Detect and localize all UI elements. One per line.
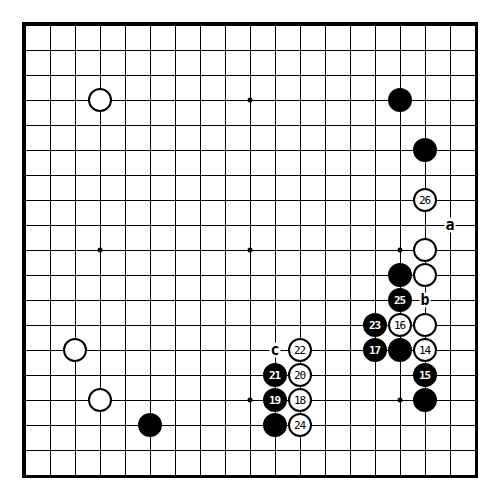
stone-black-move-23: 23 [363,313,387,337]
stone-black [388,338,412,362]
stone-black-move-21: 21 [263,363,287,387]
move-number: 16 [395,320,405,331]
stone-black-move-25: 25 [388,288,412,312]
stone-black-move-15: 15 [413,363,437,387]
point-label-a: a [444,218,455,233]
stone-white-move-22: 22 [288,338,312,362]
stone-white-move-16: 16 [388,313,412,337]
stone-black [413,388,437,412]
stone-black [263,413,287,437]
stone-white-move-24: 24 [288,413,312,437]
stone-white [88,88,112,112]
move-number: 20 [295,370,305,381]
move-number: 25 [395,295,405,306]
stone-white-move-18: 18 [288,388,312,412]
stone-white [63,338,87,362]
stone-white-move-20: 20 [288,363,312,387]
stone-white [413,313,437,337]
hoshi-point [248,398,253,403]
move-number: 23 [370,320,380,331]
hoshi-point [248,98,253,103]
stone-black [138,413,162,437]
stone-black [413,138,437,162]
move-number: 24 [295,420,305,431]
hoshi-point [98,248,103,253]
go-diagram: 14151617181920212223242526abc [0,0,500,500]
stone-white-move-26: 26 [413,188,437,212]
stone-white-move-14: 14 [413,338,437,362]
move-number: 18 [295,395,305,406]
point-label-b: b [419,293,430,308]
move-number: 26 [420,195,430,206]
move-number: 15 [420,370,430,381]
hoshi-point [248,248,253,253]
move-number: 22 [295,345,305,356]
hoshi-point [398,248,403,253]
move-number: 19 [270,395,280,406]
stone-black [388,88,412,112]
stone-black-move-17: 17 [363,338,387,362]
move-number: 17 [370,345,380,356]
hoshi-point [398,398,403,403]
move-number: 21 [270,370,280,381]
stone-white [413,263,437,287]
stone-white [88,388,112,412]
stone-black-move-19: 19 [263,388,287,412]
move-number: 14 [420,345,430,356]
point-label-c: c [269,343,280,358]
go-board: 14151617181920212223242526abc [22,22,478,478]
stone-white [413,238,437,262]
stone-black [388,263,412,287]
